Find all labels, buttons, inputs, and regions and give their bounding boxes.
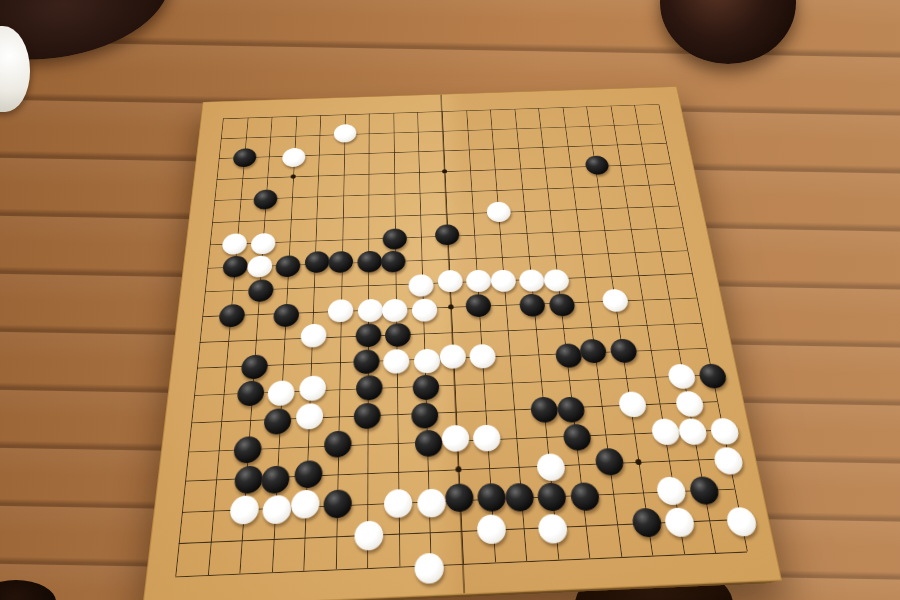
black-stone[interactable] <box>236 381 264 407</box>
white-stone[interactable] <box>486 202 511 223</box>
black-stone[interactable] <box>233 148 258 167</box>
white-stone[interactable] <box>222 233 248 255</box>
black-stone[interactable] <box>609 338 638 363</box>
stone-bowl-bottom-left-icon <box>0 580 56 600</box>
black-stone[interactable] <box>218 303 245 327</box>
black-stone[interactable] <box>353 349 379 374</box>
black-stone[interactable] <box>688 476 721 505</box>
black-stone[interactable] <box>353 402 380 429</box>
white-stone[interactable] <box>466 269 492 292</box>
black-stone[interactable] <box>323 490 352 519</box>
black-stone[interactable] <box>381 251 406 273</box>
black-stone[interactable] <box>222 256 248 278</box>
black-stone[interactable] <box>240 354 268 379</box>
white-stone[interactable] <box>724 507 758 537</box>
black-stone[interactable] <box>631 508 663 538</box>
white-stone[interactable] <box>262 495 292 525</box>
go-board[interactable] <box>142 86 782 600</box>
white-stone[interactable] <box>414 348 441 373</box>
black-stone[interactable] <box>233 436 262 464</box>
black-stone[interactable] <box>385 323 411 347</box>
black-stone[interactable] <box>415 430 443 458</box>
black-stone[interactable] <box>304 251 329 273</box>
black-stone[interactable] <box>411 402 438 429</box>
star-point <box>635 459 642 465</box>
grid-line-vertical <box>207 118 248 575</box>
grid-line-vertical <box>175 119 224 577</box>
black-stone[interactable] <box>594 448 625 476</box>
star-point <box>290 174 295 178</box>
stone-bowl-top-right-icon <box>660 0 796 64</box>
white-stone[interactable] <box>477 514 507 544</box>
black-stone[interactable] <box>537 483 568 512</box>
black-stone[interactable] <box>233 465 263 494</box>
white-stone[interactable] <box>667 364 697 390</box>
white-stone[interactable] <box>417 489 446 518</box>
black-stone[interactable] <box>264 408 292 435</box>
black-stone[interactable] <box>562 424 592 451</box>
white-stone[interactable] <box>299 375 326 401</box>
white-stone[interactable] <box>382 298 407 322</box>
white-stone[interactable] <box>334 124 357 143</box>
white-stone[interactable] <box>358 298 383 322</box>
white-stone[interactable] <box>408 274 433 297</box>
white-stone[interactable] <box>290 490 319 519</box>
white-stone[interactable] <box>246 256 272 278</box>
white-stone[interactable] <box>536 453 566 481</box>
white-stone[interactable] <box>354 520 383 550</box>
white-stone[interactable] <box>300 324 326 348</box>
black-stone[interactable] <box>569 482 600 511</box>
black-stone[interactable] <box>253 189 278 210</box>
star-point <box>455 467 461 473</box>
photo-scene <box>0 0 900 600</box>
white-stone[interactable] <box>414 552 444 584</box>
white-stone[interactable] <box>537 514 568 544</box>
white-stone[interactable] <box>617 391 647 417</box>
white-stone[interactable] <box>656 477 688 506</box>
black-stone[interactable] <box>504 483 534 512</box>
black-stone[interactable] <box>261 465 290 494</box>
white-stone[interactable] <box>439 344 466 369</box>
white-stone[interactable] <box>712 447 745 475</box>
black-stone[interactable] <box>477 483 507 512</box>
black-stone[interactable] <box>584 155 610 175</box>
white-stone[interactable] <box>384 349 410 374</box>
